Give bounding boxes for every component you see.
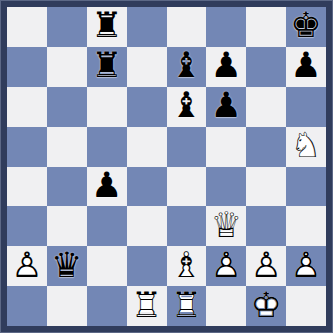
square-e7[interactable]: ♝ (167, 47, 207, 87)
black-pawn-glyph: ♟ (206, 47, 246, 87)
black-pawn-glyph: ♟ (206, 87, 246, 127)
black-queen-glyph: ♛ (47, 246, 87, 286)
square-d5[interactable] (127, 127, 167, 167)
square-d1[interactable]: ♜♖ (127, 286, 167, 326)
piece-black-bishop[interactable]: ♝ (167, 47, 207, 87)
piece-black-king[interactable]: ♚ (286, 7, 326, 47)
square-g4[interactable] (246, 167, 286, 207)
square-c4[interactable]: ♟ (87, 167, 127, 207)
square-a7[interactable] (7, 47, 47, 87)
square-b6[interactable] (47, 87, 87, 127)
square-d8[interactable] (127, 7, 167, 47)
square-e8[interactable] (167, 7, 207, 47)
square-b2[interactable]: ♛ (47, 246, 87, 286)
piece-white-pawn[interactable]: ♟♙ (246, 246, 286, 286)
piece-white-knight[interactable]: ♞♘ (286, 127, 326, 167)
square-a5[interactable] (7, 127, 47, 167)
piece-white-rook[interactable]: ♜♖ (127, 286, 167, 326)
square-e1[interactable]: ♜♖ (167, 286, 207, 326)
square-h5[interactable]: ♞♘ (286, 127, 326, 167)
square-a2[interactable]: ♟♙ (7, 246, 47, 286)
square-d6[interactable] (127, 87, 167, 127)
square-e2[interactable]: ♝♗ (167, 246, 207, 286)
square-f2[interactable]: ♟♙ (206, 246, 246, 286)
square-b1[interactable] (47, 286, 87, 326)
square-d4[interactable] (127, 167, 167, 207)
black-rook-glyph: ♜ (87, 7, 127, 47)
square-g2[interactable]: ♟♙ (246, 246, 286, 286)
square-g1[interactable]: ♚♔ (246, 286, 286, 326)
square-f1[interactable] (206, 286, 246, 326)
square-h4[interactable] (286, 167, 326, 207)
square-h7[interactable]: ♟ (286, 47, 326, 87)
piece-white-pawn[interactable]: ♟♙ (7, 246, 47, 286)
square-f5[interactable] (206, 127, 246, 167)
square-c8[interactable]: ♜ (87, 7, 127, 47)
square-h6[interactable] (286, 87, 326, 127)
square-d3[interactable] (127, 206, 167, 246)
square-g7[interactable] (246, 47, 286, 87)
square-e3[interactable] (167, 206, 207, 246)
square-b3[interactable] (47, 206, 87, 246)
square-a4[interactable] (7, 167, 47, 207)
white-pawn-outline-glyph: ♙ (286, 246, 326, 286)
piece-white-king[interactable]: ♚♔ (246, 286, 286, 326)
piece-black-pawn[interactable]: ♟ (206, 87, 246, 127)
white-bishop-outline-glyph: ♗ (167, 246, 207, 286)
square-c6[interactable] (87, 87, 127, 127)
chess-board: ♜♚♜♝♟♟♝♟♞♘♟♛♕♟♙♛♝♗♟♙♟♙♟♙♜♖♜♖♚♔ (7, 7, 326, 326)
square-e6[interactable]: ♝ (167, 87, 207, 127)
square-h3[interactable] (286, 206, 326, 246)
piece-black-pawn[interactable]: ♟ (286, 47, 326, 87)
square-a3[interactable] (7, 206, 47, 246)
square-c5[interactable] (87, 127, 127, 167)
white-pawn-outline-glyph: ♙ (7, 246, 47, 286)
black-bishop-glyph: ♝ (167, 47, 207, 87)
piece-black-rook[interactable]: ♜ (87, 7, 127, 47)
piece-black-pawn[interactable]: ♟ (206, 47, 246, 87)
piece-white-bishop[interactable]: ♝♗ (167, 246, 207, 286)
square-g5[interactable] (246, 127, 286, 167)
white-king-outline-glyph: ♔ (246, 286, 286, 326)
black-pawn-glyph: ♟ (87, 167, 127, 207)
white-rook-outline-glyph: ♖ (127, 286, 167, 326)
piece-black-pawn[interactable]: ♟ (87, 167, 127, 207)
square-h1[interactable] (286, 286, 326, 326)
square-g6[interactable] (246, 87, 286, 127)
square-b5[interactable] (47, 127, 87, 167)
square-a8[interactable] (7, 7, 47, 47)
square-b8[interactable] (47, 7, 87, 47)
square-d2[interactable] (127, 246, 167, 286)
square-b4[interactable] (47, 167, 87, 207)
square-d7[interactable] (127, 47, 167, 87)
black-pawn-glyph: ♟ (286, 47, 326, 87)
piece-black-bishop[interactable]: ♝ (167, 87, 207, 127)
piece-white-pawn[interactable]: ♟♙ (286, 246, 326, 286)
square-f8[interactable] (206, 7, 246, 47)
white-pawn-outline-glyph: ♙ (206, 246, 246, 286)
piece-white-queen[interactable]: ♛♕ (206, 206, 246, 246)
white-knight-outline-glyph: ♘ (286, 127, 326, 167)
board-frame: ♜♚♜♝♟♟♝♟♞♘♟♛♕♟♙♛♝♗♟♙♟♙♟♙♜♖♜♖♚♔ (0, 0, 333, 333)
square-b7[interactable] (47, 47, 87, 87)
square-g8[interactable] (246, 7, 286, 47)
square-a6[interactable] (7, 87, 47, 127)
square-c2[interactable] (87, 246, 127, 286)
black-king-glyph: ♚ (286, 7, 326, 47)
piece-black-queen[interactable]: ♛ (47, 246, 87, 286)
white-queen-outline-glyph: ♕ (206, 206, 246, 246)
square-f4[interactable] (206, 167, 246, 207)
square-e5[interactable] (167, 127, 207, 167)
black-rook-glyph: ♜ (87, 47, 127, 87)
square-a1[interactable] (7, 286, 47, 326)
square-f6[interactable]: ♟ (206, 87, 246, 127)
piece-white-rook[interactable]: ♜♖ (167, 286, 207, 326)
square-f7[interactable]: ♟ (206, 47, 246, 87)
piece-black-rook[interactable]: ♜ (87, 47, 127, 87)
square-c7[interactable]: ♜ (87, 47, 127, 87)
square-g3[interactable] (246, 206, 286, 246)
black-bishop-glyph: ♝ (167, 87, 207, 127)
white-pawn-outline-glyph: ♙ (246, 246, 286, 286)
square-e4[interactable] (167, 167, 207, 207)
square-c1[interactable] (87, 286, 127, 326)
white-rook-outline-glyph: ♖ (167, 286, 207, 326)
square-c3[interactable] (87, 206, 127, 246)
piece-white-pawn[interactable]: ♟♙ (206, 246, 246, 286)
square-f3[interactable]: ♛♕ (206, 206, 246, 246)
square-h2[interactable]: ♟♙ (286, 246, 326, 286)
square-h8[interactable]: ♚ (286, 7, 326, 47)
